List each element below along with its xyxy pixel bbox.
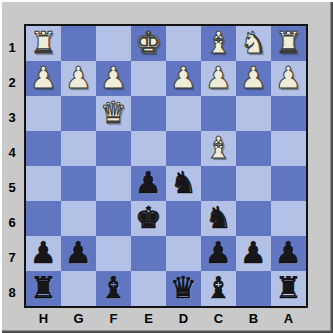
square-h4[interactable] [26,131,61,166]
square-e8[interactable] [131,271,166,306]
square-c2[interactable]: ♟ [201,61,236,96]
piece-white-pawn-f2[interactable]: ♟ [100,61,127,95]
rank-label-3: 3 [0,96,24,131]
square-a8[interactable]: ♜ [271,271,306,306]
square-d3[interactable] [166,96,201,131]
piece-white-bishop-c1[interactable]: ♝ [205,26,232,60]
file-label-h: H [26,307,61,330]
square-g8[interactable] [61,271,96,306]
square-a3[interactable] [271,96,306,131]
square-f5[interactable] [96,166,131,201]
square-c8[interactable]: ♝ [201,271,236,306]
piece-black-rook-h8[interactable]: ♜ [30,271,57,305]
square-h8[interactable]: ♜ [26,271,61,306]
file-label-g: G [61,307,96,330]
square-b7[interactable]: ♟ [236,236,271,271]
square-h7[interactable]: ♟ [26,236,61,271]
square-f3[interactable]: ♛ [96,96,131,131]
square-d1[interactable] [166,26,201,61]
piece-white-queen-f3[interactable]: ♛ [100,96,127,130]
square-d2[interactable]: ♟ [166,61,201,96]
square-e5[interactable]: ♟ [131,166,166,201]
square-g4[interactable] [61,131,96,166]
piece-white-king-e1[interactable]: ♚ [135,26,162,60]
square-c5[interactable] [201,166,236,201]
piece-black-pawn-a7[interactable]: ♟ [275,236,302,270]
piece-black-pawn-e5[interactable]: ♟ [135,166,162,200]
piece-white-pawn-d2[interactable]: ♟ [170,61,197,95]
square-b2[interactable]: ♟ [236,61,271,96]
piece-black-king-e6[interactable]: ♚ [135,201,162,235]
piece-white-bishop-c4[interactable]: ♝ [205,131,232,165]
square-d4[interactable] [166,131,201,166]
rank-label-4: 4 [0,131,24,166]
piece-white-pawn-c2[interactable]: ♟ [205,61,232,95]
square-a2[interactable]: ♟ [271,61,306,96]
square-e3[interactable] [131,96,166,131]
piece-black-knight-d5[interactable]: ♞ [170,166,197,200]
square-f8[interactable]: ♝ [96,271,131,306]
square-h5[interactable] [26,166,61,201]
piece-white-pawn-a2[interactable]: ♟ [275,61,302,95]
square-a6[interactable] [271,201,306,236]
rank-label-2: 2 [0,61,24,96]
file-label-a: A [271,307,306,330]
square-g7[interactable]: ♟ [61,236,96,271]
piece-white-pawn-b2[interactable]: ♟ [240,61,267,95]
rank-labels: 12345678 [0,26,24,306]
square-c1[interactable]: ♝ [201,26,236,61]
square-f6[interactable] [96,201,131,236]
piece-black-pawn-h7[interactable]: ♟ [30,236,57,270]
square-e2[interactable] [131,61,166,96]
square-f2[interactable]: ♟ [96,61,131,96]
chess-board-panel: 12345678 ♜♚♝♞♜♟♟♟♟♟♟♟♛♝♟♞♚♞♟♟♟♟♟♜♝♛♝♜ HG… [0,0,333,333]
square-c7[interactable]: ♟ [201,236,236,271]
file-label-f: F [96,307,131,330]
square-d7[interactable] [166,236,201,271]
piece-black-knight-c6[interactable]: ♞ [205,201,232,235]
piece-white-rook-a1[interactable]: ♜ [275,26,302,60]
square-e7[interactable] [131,236,166,271]
rank-label-5: 5 [0,166,24,201]
rank-label-1: 1 [0,26,24,61]
square-g1[interactable] [61,26,96,61]
square-b4[interactable] [236,131,271,166]
square-f7[interactable] [96,236,131,271]
square-d8[interactable]: ♛ [166,271,201,306]
square-h1[interactable]: ♜ [26,26,61,61]
piece-white-pawn-g2[interactable]: ♟ [65,61,92,95]
rank-label-8: 8 [0,271,24,306]
square-h2[interactable]: ♟ [26,61,61,96]
square-f1[interactable] [96,26,131,61]
file-label-c: C [201,307,236,330]
piece-black-queen-d8[interactable]: ♛ [170,271,197,305]
chess-board[interactable]: ♜♚♝♞♜♟♟♟♟♟♟♟♛♝♟♞♚♞♟♟♟♟♟♜♝♛♝♜ [24,24,308,308]
square-g6[interactable] [61,201,96,236]
square-c4[interactable]: ♝ [201,131,236,166]
piece-black-pawn-g7[interactable]: ♟ [65,236,92,270]
square-a1[interactable]: ♜ [271,26,306,61]
square-h3[interactable] [26,96,61,131]
square-d6[interactable] [166,201,201,236]
square-c6[interactable]: ♞ [201,201,236,236]
piece-black-bishop-c8[interactable]: ♝ [205,271,232,305]
square-b3[interactable] [236,96,271,131]
piece-white-knight-b1[interactable]: ♞ [240,26,267,60]
square-b6[interactable] [236,201,271,236]
file-label-e: E [131,307,166,330]
square-a7[interactable]: ♟ [271,236,306,271]
file-labels: HGFEDCBA [26,307,306,330]
square-e4[interactable] [131,131,166,166]
piece-black-rook-a8[interactable]: ♜ [275,271,302,305]
square-g3[interactable] [61,96,96,131]
square-d5[interactable]: ♞ [166,166,201,201]
square-g5[interactable] [61,166,96,201]
square-g2[interactable]: ♟ [61,61,96,96]
piece-white-pawn-h2[interactable]: ♟ [30,61,57,95]
square-e6[interactable]: ♚ [131,201,166,236]
rank-label-7: 7 [0,236,24,271]
square-a4[interactable] [271,131,306,166]
square-f4[interactable] [96,131,131,166]
file-label-b: B [236,307,271,330]
square-b1[interactable]: ♞ [236,26,271,61]
piece-white-rook-h1[interactable]: ♜ [30,26,57,60]
square-h6[interactable] [26,201,61,236]
square-e1[interactable]: ♚ [131,26,166,61]
rank-label-6: 6 [0,201,24,236]
file-label-d: D [166,307,201,330]
square-b5[interactable] [236,166,271,201]
square-b8[interactable] [236,271,271,306]
square-a5[interactable] [271,166,306,201]
piece-black-pawn-b7[interactable]: ♟ [240,236,267,270]
piece-black-pawn-c7[interactable]: ♟ [205,236,232,270]
piece-black-bishop-f8[interactable]: ♝ [100,271,127,305]
square-c3[interactable] [201,96,236,131]
